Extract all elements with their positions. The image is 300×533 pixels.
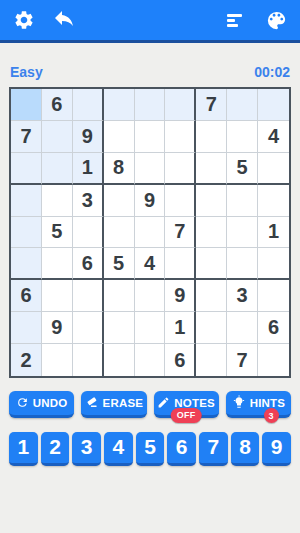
top-bar-right xyxy=(224,8,288,32)
numpad-button-2[interactable]: 2 xyxy=(41,432,70,466)
cell-r4c6[interactable] xyxy=(165,185,196,217)
cell-r8c5[interactable] xyxy=(135,312,166,344)
cell-r3c3[interactable]: 1 xyxy=(73,153,104,185)
erase-button[interactable]: ERASE xyxy=(81,391,146,418)
cell-r7c3[interactable] xyxy=(73,280,104,312)
cell-r1c4[interactable] xyxy=(104,89,135,121)
cell-r7c4[interactable] xyxy=(104,280,135,312)
lightbulb-icon xyxy=(232,395,246,411)
cell-r3c6[interactable] xyxy=(165,153,196,185)
cell-r4c8[interactable] xyxy=(227,185,258,217)
cell-r9c5[interactable] xyxy=(135,344,166,376)
cell-r3c8[interactable]: 5 xyxy=(227,153,258,185)
cell-r7c8[interactable]: 3 xyxy=(227,280,258,312)
cell-r5c7[interactable] xyxy=(196,217,227,249)
cell-r1c1[interactable] xyxy=(11,89,42,121)
cell-r3c7[interactable] xyxy=(196,153,227,185)
cell-r7c7[interactable] xyxy=(196,280,227,312)
statistics-bars-icon[interactable] xyxy=(224,8,248,32)
cell-r4c9[interactable] xyxy=(258,185,289,217)
cell-r4c5[interactable]: 9 xyxy=(135,185,166,217)
cell-r4c2[interactable] xyxy=(42,185,73,217)
cell-r5c3[interactable] xyxy=(73,217,104,249)
cell-r9c6[interactable]: 6 xyxy=(165,344,196,376)
top-bar xyxy=(0,0,300,43)
undo-label: UNDO xyxy=(33,397,68,409)
timer-label: 00:02 xyxy=(254,64,290,80)
cell-r8c7[interactable] xyxy=(196,312,227,344)
cell-r9c1[interactable]: 2 xyxy=(11,344,42,376)
cell-r2c9[interactable]: 4 xyxy=(258,121,289,153)
cell-r2c8[interactable] xyxy=(227,121,258,153)
cell-r6c2[interactable] xyxy=(42,248,73,280)
cell-r7c5[interactable] xyxy=(135,280,166,312)
numpad-button-5[interactable]: 5 xyxy=(136,432,165,466)
erase-label: ERASE xyxy=(103,397,144,409)
numpad-button-3[interactable]: 3 xyxy=(72,432,101,466)
cell-r1c2[interactable]: 6 xyxy=(42,89,73,121)
numpad-button-1[interactable]: 1 xyxy=(9,432,38,466)
cell-r5c8[interactable] xyxy=(227,217,258,249)
theme-palette-icon[interactable] xyxy=(264,8,288,32)
cell-r8c1[interactable] xyxy=(11,312,42,344)
cell-r7c9[interactable] xyxy=(258,280,289,312)
cell-r9c8[interactable]: 7 xyxy=(227,344,258,376)
status-row: Easy 00:02 xyxy=(0,43,300,87)
cell-r7c6[interactable]: 9 xyxy=(165,280,196,312)
cell-r2c6[interactable] xyxy=(165,121,196,153)
numpad-button-6[interactable]: 6 xyxy=(167,432,196,466)
cell-r2c5[interactable] xyxy=(135,121,166,153)
cell-r2c1[interactable]: 7 xyxy=(11,121,42,153)
hints-count-badge: 3 xyxy=(264,408,279,423)
cell-r5c2[interactable]: 5 xyxy=(42,217,73,249)
cell-r5c1[interactable] xyxy=(11,217,42,249)
cell-r6c5[interactable]: 4 xyxy=(135,248,166,280)
back-undo-arrow-icon[interactable] xyxy=(52,8,76,32)
cell-r4c3[interactable]: 3 xyxy=(73,185,104,217)
cell-r8c8[interactable] xyxy=(227,312,258,344)
undo-button[interactable]: UNDO xyxy=(9,391,74,418)
cell-r4c7[interactable] xyxy=(196,185,227,217)
pencil-icon xyxy=(157,396,170,411)
cell-r8c6[interactable]: 1 xyxy=(165,312,196,344)
numpad-button-7[interactable]: 7 xyxy=(199,432,228,466)
cell-r8c3[interactable] xyxy=(73,312,104,344)
cell-r5c6[interactable]: 7 xyxy=(165,217,196,249)
numpad-button-8[interactable]: 8 xyxy=(231,432,260,466)
cell-r2c3[interactable]: 9 xyxy=(73,121,104,153)
cell-r9c9[interactable] xyxy=(258,344,289,376)
undo-icon xyxy=(16,396,29,411)
cell-r7c1[interactable]: 6 xyxy=(11,280,42,312)
numpad-button-4[interactable]: 4 xyxy=(104,432,133,466)
cell-r9c3[interactable] xyxy=(73,344,104,376)
notes-off-badge: OFF xyxy=(171,408,202,423)
cell-r6c6[interactable] xyxy=(165,248,196,280)
cell-r6c4[interactable]: 5 xyxy=(104,248,135,280)
cell-r3c5[interactable] xyxy=(135,153,166,185)
cell-r5c5[interactable] xyxy=(135,217,166,249)
hints-label: HINTS xyxy=(250,397,286,409)
cell-r8c9[interactable]: 6 xyxy=(258,312,289,344)
cell-r2c4[interactable] xyxy=(104,121,135,153)
cell-r3c1[interactable] xyxy=(11,153,42,185)
cell-r2c7[interactable] xyxy=(196,121,227,153)
difficulty-label: Easy xyxy=(10,64,43,80)
cell-r1c3[interactable] xyxy=(73,89,104,121)
eraser-icon xyxy=(85,395,99,411)
cell-r1c8[interactable] xyxy=(227,89,258,121)
cell-r4c1[interactable] xyxy=(11,185,42,217)
hints-button[interactable]: HINTS 3 xyxy=(226,391,291,418)
cell-r9c7[interactable] xyxy=(196,344,227,376)
cell-r2c2[interactable] xyxy=(42,121,73,153)
cell-r7c2[interactable] xyxy=(42,280,73,312)
cell-r1c7[interactable]: 7 xyxy=(196,89,227,121)
cell-r6c8[interactable] xyxy=(227,248,258,280)
cell-r1c9[interactable] xyxy=(258,89,289,121)
toolbar: UNDO ERASE NOTES OFF HINTS 3 xyxy=(9,391,291,418)
number-pad: 123456789 xyxy=(9,432,291,466)
cell-r5c4[interactable] xyxy=(104,217,135,249)
cell-r9c4[interactable] xyxy=(104,344,135,376)
numpad-button-9[interactable]: 9 xyxy=(262,432,291,466)
cell-r8c4[interactable] xyxy=(104,312,135,344)
top-bar-left xyxy=(12,8,76,32)
cell-r1c6[interactable] xyxy=(165,89,196,121)
sudoku-grid: 6779418539571654693916267 xyxy=(9,87,291,378)
settings-gear-icon[interactable] xyxy=(12,8,36,32)
cell-r5c9[interactable]: 1 xyxy=(258,217,289,249)
cell-r3c9[interactable] xyxy=(258,153,289,185)
notes-button[interactable]: NOTES OFF xyxy=(154,391,219,418)
cell-r4c4[interactable] xyxy=(104,185,135,217)
cell-r3c4[interactable]: 8 xyxy=(104,153,135,185)
cell-r6c7[interactable] xyxy=(196,248,227,280)
cell-r9c2[interactable] xyxy=(42,344,73,376)
cell-r6c1[interactable] xyxy=(11,248,42,280)
cell-r6c3[interactable]: 6 xyxy=(73,248,104,280)
cell-r6c9[interactable] xyxy=(258,248,289,280)
cell-r8c2[interactable]: 9 xyxy=(42,312,73,344)
cell-r1c5[interactable] xyxy=(135,89,166,121)
cell-r3c2[interactable] xyxy=(42,153,73,185)
